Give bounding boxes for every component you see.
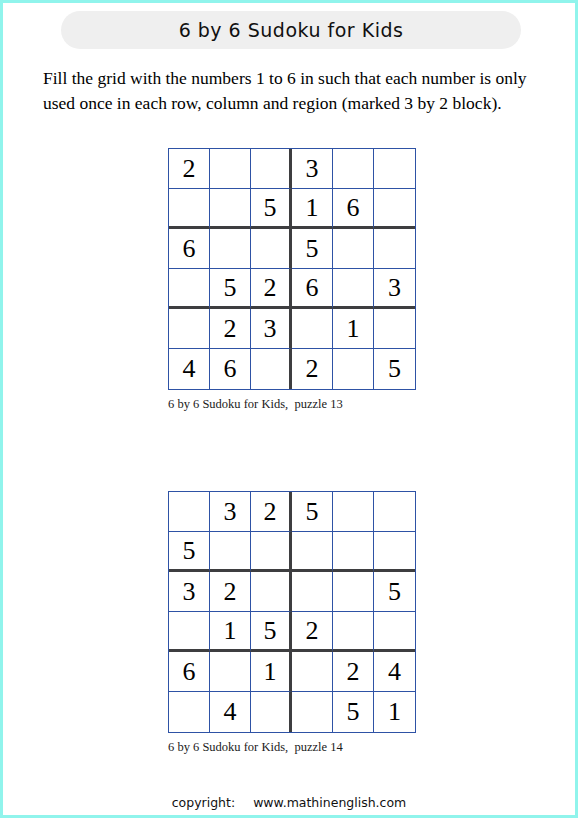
puzzle13-cell-r2c5[interactable]: 6 [333,189,374,229]
puzzle13-cell-r1c4[interactable]: 3 [292,149,333,189]
instructions: Fill the grid with the numbers 1 to 6 in… [43,66,548,116]
caption-puzzle-13: 6 by 6 Sudoku for Kids, puzzle 13 [168,397,343,412]
puzzle13-cell-r4c1[interactable] [169,269,210,309]
puzzle14-cell-r2c5[interactable] [333,532,374,572]
puzzle14-cell-r4c2[interactable]: 1 [210,612,251,652]
puzzle13-cell-r2c6[interactable] [374,189,415,229]
page-title: 6 by 6 Sudoku for Kids [179,19,404,41]
puzzle14-cell-r5c3[interactable]: 1 [251,652,292,692]
puzzle14-cell-r4c3[interactable]: 5 [251,612,292,652]
puzzle14-cell-r6c3[interactable] [251,692,292,732]
puzzle14-cell-r2c2[interactable] [210,532,251,572]
puzzle14-cell-r2c1[interactable]: 5 [169,532,210,572]
puzzle13-cell-r4c6[interactable]: 3 [374,269,415,309]
puzzle14-cell-r6c1[interactable] [169,692,210,732]
puzzle13-cell-r5c3[interactable]: 3 [251,309,292,349]
puzzle13-cell-r4c2[interactable]: 5 [210,269,251,309]
website-link[interactable]: www.mathinenglish.com [253,795,406,810]
puzzle13-cell-r1c1[interactable]: 2 [169,149,210,189]
puzzle13-cell-r5c2[interactable]: 2 [210,309,251,349]
puzzle13-cell-r3c3[interactable] [251,229,292,269]
puzzle13-cell-r3c2[interactable] [210,229,251,269]
puzzle13-cell-r5c5[interactable]: 1 [333,309,374,349]
puzzle13-cell-r1c6[interactable] [374,149,415,189]
puzzle13-cell-r3c4[interactable]: 5 [292,229,333,269]
puzzle13-cell-r6c5[interactable] [333,349,374,389]
puzzle13-cell-r5c6[interactable] [374,309,415,349]
puzzle14-cell-r5c4[interactable] [292,652,333,692]
puzzle13-cell-r2c1[interactable] [169,189,210,229]
puzzle14-cell-r5c2[interactable] [210,652,251,692]
puzzle13-cell-r4c3[interactable]: 2 [251,269,292,309]
puzzle13-cell-r6c3[interactable] [251,349,292,389]
puzzle14-cell-r4c5[interactable] [333,612,374,652]
caption-puzzle-14: 6 by 6 Sudoku for Kids, puzzle 14 [168,740,343,755]
puzzle14-cell-r1c2[interactable]: 3 [210,492,251,532]
puzzle13-cell-r6c2[interactable]: 6 [210,349,251,389]
instructions-line-2: used once in each row, column and region… [43,91,548,116]
puzzle13-cell-r3c5[interactable] [333,229,374,269]
puzzle14-cell-r4c4[interactable]: 2 [292,612,333,652]
puzzle13-cell-r1c3[interactable] [251,149,292,189]
puzzle14-cell-r1c3[interactable]: 2 [251,492,292,532]
puzzle13-cell-r1c2[interactable] [210,149,251,189]
sudoku-grid-puzzle-14: 32553251526124451 [168,491,416,733]
puzzle14-cell-r2c4[interactable] [292,532,333,572]
puzzle13-cell-r2c2[interactable] [210,189,251,229]
puzzle13-cell-r3c6[interactable] [374,229,415,269]
puzzle14-cell-r4c1[interactable] [169,612,210,652]
puzzle13-cell-r3c1[interactable]: 6 [169,229,210,269]
puzzle14-cell-r1c5[interactable] [333,492,374,532]
worksheet-page: { "game": "sudoku-6x6", "block_size": {"… [0,0,578,818]
puzzle13-cell-r6c4[interactable]: 2 [292,349,333,389]
puzzle13-cell-r6c6[interactable]: 5 [374,349,415,389]
copyright-label: copyright: [172,795,235,810]
puzzle13-cell-r5c1[interactable] [169,309,210,349]
puzzle14-cell-r6c6[interactable]: 1 [374,692,415,732]
puzzle14-cell-r1c1[interactable] [169,492,210,532]
puzzle13-cell-r6c1[interactable]: 4 [169,349,210,389]
puzzle13-cell-r2c3[interactable]: 5 [251,189,292,229]
puzzle14-cell-r1c4[interactable]: 5 [292,492,333,532]
puzzle13-cell-r5c4[interactable] [292,309,333,349]
puzzle14-cell-r3c5[interactable] [333,572,374,612]
puzzle14-cell-r4c6[interactable] [374,612,415,652]
puzzle14-cell-r3c6[interactable]: 5 [374,572,415,612]
page-title-pill: 6 by 6 Sudoku for Kids [61,11,521,49]
footer: copyright: www.mathinenglish.com [3,795,575,810]
puzzle14-cell-r3c3[interactable] [251,572,292,612]
instructions-line-1: Fill the grid with the numbers 1 to 6 in… [43,66,548,91]
puzzle14-cell-r5c5[interactable]: 2 [333,652,374,692]
puzzle14-cell-r6c2[interactable]: 4 [210,692,251,732]
sudoku-grid-puzzle-13: 235166552632314625 [168,148,416,390]
puzzle13-cell-r4c4[interactable]: 6 [292,269,333,309]
puzzle14-cell-r5c6[interactable]: 4 [374,652,415,692]
puzzle13-cell-r2c4[interactable]: 1 [292,189,333,229]
puzzle14-cell-r3c2[interactable]: 2 [210,572,251,612]
puzzle13-cell-r1c5[interactable] [333,149,374,189]
puzzle14-cell-r3c1[interactable]: 3 [169,572,210,612]
puzzle14-cell-r3c4[interactable] [292,572,333,612]
puzzle14-cell-r6c4[interactable] [292,692,333,732]
puzzle13-cell-r4c5[interactable] [333,269,374,309]
puzzle14-cell-r1c6[interactable] [374,492,415,532]
puzzle14-cell-r2c3[interactable] [251,532,292,572]
puzzle14-cell-r2c6[interactable] [374,532,415,572]
puzzle14-cell-r5c1[interactable]: 6 [169,652,210,692]
puzzle14-cell-r6c5[interactable]: 5 [333,692,374,732]
